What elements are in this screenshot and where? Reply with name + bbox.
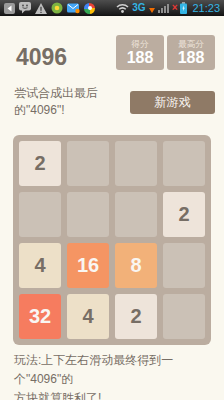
- empty-cell: [19, 192, 61, 237]
- tile-4: 4: [19, 243, 61, 288]
- sms-icon: [19, 2, 31, 14]
- empty-cell: [163, 243, 205, 288]
- empty-cell: [163, 141, 205, 186]
- network-down-arrow-icon: [149, 8, 155, 13]
- board-grid[interactable]: 2241683242: [13, 135, 211, 345]
- notification-icons: [4, 2, 95, 14]
- best-score-box: 最高分 188: [167, 35, 215, 70]
- browser-icon: [84, 3, 95, 14]
- mail-icon: [67, 2, 80, 14]
- no-sim-icon: ×: [172, 3, 178, 13]
- new-game-button[interactable]: 新游戏: [130, 91, 215, 114]
- system-status-icons: 3G × 21:23: [116, 2, 220, 14]
- best-score-label: 最高分: [167, 39, 215, 49]
- tile-2: 2: [19, 141, 61, 186]
- empty-cell: [163, 294, 205, 339]
- phone-screen: 3G × 21:23 4096 得分 188 最高分 188 尝试合成出最后 的…: [0, 0, 224, 400]
- wifi-icon: [116, 3, 129, 13]
- instructions-text: 玩法:上下左右滑动最终得到一个"4096"的 方块就算胜利了!: [14, 351, 218, 400]
- warning-icon: [35, 3, 47, 14]
- empty-cell: [115, 141, 157, 186]
- game-title: 4096: [16, 44, 67, 71]
- clock: 21:23: [192, 3, 220, 14]
- status-bar: 3G × 21:23: [0, 0, 224, 16]
- tile-8: 8: [115, 243, 157, 288]
- tile-16: 16: [67, 243, 109, 288]
- score-value: 188: [116, 49, 164, 67]
- signal-bars-icon: [158, 3, 169, 13]
- goal-text-line2: 的"4096"!: [14, 102, 106, 119]
- network-type-label: 3G: [132, 3, 145, 13]
- empty-cell: [67, 141, 109, 186]
- goal-text: 尝试合成出最后 的"4096"!: [14, 85, 106, 119]
- instructions-line2: 方块就算胜利了!: [14, 389, 218, 400]
- app-update-icon: [51, 2, 63, 14]
- battery-charging-icon: [180, 2, 187, 14]
- tile-32: 32: [19, 294, 61, 339]
- best-score-value: 188: [167, 49, 215, 67]
- empty-cell: [115, 192, 157, 237]
- goal-text-line1: 尝试合成出最后: [14, 85, 106, 102]
- score-label: 得分: [116, 39, 164, 49]
- instructions-line1: 玩法:上下左右滑动最终得到一个"4096"的: [14, 351, 218, 389]
- score-panel: 得分 188 最高分 188: [116, 35, 215, 70]
- tile-2: 2: [163, 192, 205, 237]
- tile-2: 2: [115, 294, 157, 339]
- score-box: 得分 188: [116, 35, 164, 70]
- back-icon: [4, 3, 15, 14]
- tile-4: 4: [67, 294, 109, 339]
- empty-cell: [67, 192, 109, 237]
